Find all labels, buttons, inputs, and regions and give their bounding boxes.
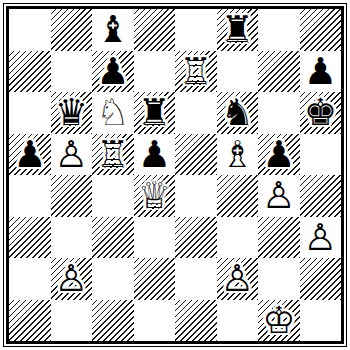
white-bishop-piece: ♗ [221, 134, 254, 176]
square-b2[interactable]: ♙ [51, 258, 93, 300]
white-pawn-piece: ♙ [55, 134, 88, 176]
square-g7[interactable] [258, 51, 300, 93]
square-e8[interactable] [175, 9, 217, 51]
square-c8[interactable]: ♝ [92, 9, 134, 51]
square-g2[interactable] [258, 258, 300, 300]
square-f1[interactable] [217, 300, 259, 342]
square-d4[interactable]: ♕ [134, 175, 176, 217]
square-c7[interactable]: ♟ [92, 51, 134, 93]
square-h8[interactable] [300, 9, 342, 51]
square-d7[interactable] [134, 51, 176, 93]
square-d1[interactable] [134, 300, 176, 342]
square-c4[interactable] [92, 175, 134, 217]
black-pawn-piece: ♟ [262, 134, 295, 176]
square-c6[interactable]: ♘ [92, 92, 134, 134]
square-a2[interactable] [9, 258, 51, 300]
white-pawn-piece: ♙ [262, 175, 295, 217]
square-a1[interactable] [9, 300, 51, 342]
square-h6[interactable]: ♚ [300, 92, 342, 134]
square-g6[interactable] [258, 92, 300, 134]
black-king-piece: ♚ [304, 92, 337, 134]
square-a8[interactable] [9, 9, 51, 51]
white-pawn-piece: ♙ [221, 258, 254, 300]
square-c2[interactable] [92, 258, 134, 300]
white-rook-piece: ♖ [179, 51, 212, 93]
board-frame: ♝♜♟♖♟♛♘♜♞♚♟♙♖♟♗♟♕♙♙♙♙♔ [3, 3, 347, 347]
square-f5[interactable]: ♗ [217, 134, 259, 176]
square-a4[interactable] [9, 175, 51, 217]
white-pawn-piece: ♙ [55, 258, 88, 300]
square-h4[interactable] [300, 175, 342, 217]
square-a3[interactable] [9, 217, 51, 259]
black-knight-piece: ♞ [221, 92, 254, 134]
square-e4[interactable] [175, 175, 217, 217]
square-b7[interactable] [51, 51, 93, 93]
black-pawn-piece: ♟ [304, 51, 337, 93]
square-f6[interactable]: ♞ [217, 92, 259, 134]
square-d8[interactable] [134, 9, 176, 51]
square-g5[interactable]: ♟ [258, 134, 300, 176]
square-b5[interactable]: ♙ [51, 134, 93, 176]
square-f2[interactable]: ♙ [217, 258, 259, 300]
board-inner-border: ♝♜♟♖♟♛♘♜♞♚♟♙♖♟♗♟♕♙♙♙♙♔ [6, 6, 344, 344]
square-c3[interactable] [92, 217, 134, 259]
square-d5[interactable]: ♟ [134, 134, 176, 176]
square-a6[interactable] [9, 92, 51, 134]
square-e7[interactable]: ♖ [175, 51, 217, 93]
square-e5[interactable] [175, 134, 217, 176]
square-h3[interactable]: ♙ [300, 217, 342, 259]
square-g3[interactable] [258, 217, 300, 259]
black-bishop-piece: ♝ [96, 9, 129, 51]
square-h1[interactable] [300, 300, 342, 342]
black-pawn-piece: ♟ [96, 51, 129, 93]
square-b8[interactable] [51, 9, 93, 51]
square-h7[interactable]: ♟ [300, 51, 342, 93]
chess-board: ♝♜♟♖♟♛♘♜♞♚♟♙♖♟♗♟♕♙♙♙♙♔ [9, 9, 341, 341]
square-e6[interactable] [175, 92, 217, 134]
white-knight-piece: ♘ [96, 92, 129, 134]
black-queen-piece: ♛ [55, 92, 88, 134]
square-f7[interactable] [217, 51, 259, 93]
square-b3[interactable] [51, 217, 93, 259]
square-c5[interactable]: ♖ [92, 134, 134, 176]
square-b4[interactable] [51, 175, 93, 217]
black-rook-piece: ♜ [221, 9, 254, 51]
black-pawn-piece: ♟ [138, 134, 171, 176]
square-e2[interactable] [175, 258, 217, 300]
square-h2[interactable] [300, 258, 342, 300]
black-pawn-piece: ♟ [13, 134, 46, 176]
square-f8[interactable]: ♜ [217, 9, 259, 51]
square-a5[interactable]: ♟ [9, 134, 51, 176]
white-rook-piece: ♖ [96, 134, 129, 176]
white-pawn-piece: ♙ [304, 217, 337, 259]
square-d6[interactable]: ♜ [134, 92, 176, 134]
black-rook-piece: ♜ [138, 92, 171, 134]
square-e3[interactable] [175, 217, 217, 259]
square-d3[interactable] [134, 217, 176, 259]
square-b6[interactable]: ♛ [51, 92, 93, 134]
square-g1[interactable]: ♔ [258, 300, 300, 342]
square-c1[interactable] [92, 300, 134, 342]
white-queen-piece: ♕ [138, 175, 171, 217]
square-g4[interactable]: ♙ [258, 175, 300, 217]
white-king-piece: ♔ [262, 300, 295, 342]
square-b1[interactable] [51, 300, 93, 342]
square-a7[interactable] [9, 51, 51, 93]
square-e1[interactable] [175, 300, 217, 342]
square-f4[interactable] [217, 175, 259, 217]
square-g8[interactable] [258, 9, 300, 51]
square-f3[interactable] [217, 217, 259, 259]
square-d2[interactable] [134, 258, 176, 300]
square-h5[interactable] [300, 134, 342, 176]
